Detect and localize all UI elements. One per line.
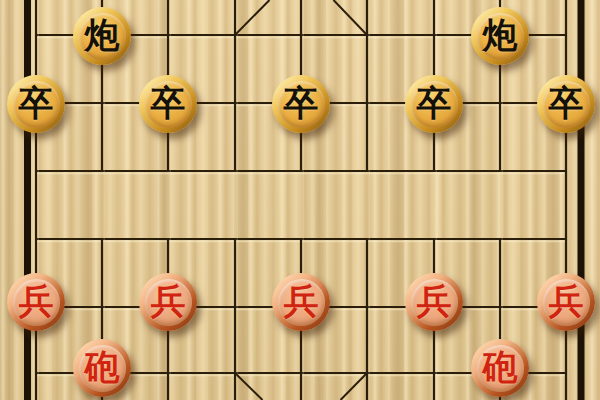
- black-piece-face: 炮: [79, 13, 126, 60]
- piece-black-cannon[interactable]: 炮: [73, 7, 131, 65]
- soldier-character: 兵: [284, 284, 319, 319]
- black-piece-face: 卒: [278, 81, 325, 128]
- piece-red-soldier[interactable]: 兵: [7, 273, 65, 331]
- cannon-character: 炮: [483, 18, 518, 53]
- cannon-character: 砲: [483, 350, 518, 385]
- piece-black-soldier[interactable]: 卒: [537, 75, 595, 133]
- red-piece-face: 兵: [411, 279, 458, 326]
- black-piece-face: 卒: [13, 81, 60, 128]
- piece-red-cannon[interactable]: 砲: [471, 339, 529, 397]
- piece-black-soldier[interactable]: 卒: [272, 75, 330, 133]
- cannon-character: 炮: [85, 18, 120, 53]
- soldier-character: 兵: [151, 284, 186, 319]
- xiangqi-board[interactable]: 炮炮卒卒卒卒卒兵兵兵兵兵砲砲: [0, 0, 600, 400]
- red-piece-face: 兵: [13, 279, 60, 326]
- piece-black-cannon[interactable]: 炮: [471, 7, 529, 65]
- soldier-character: 卒: [549, 86, 584, 121]
- soldier-character: 兵: [549, 284, 584, 319]
- black-piece-face: 卒: [543, 81, 590, 128]
- red-piece-face: 兵: [278, 279, 325, 326]
- cannon-character: 砲: [85, 350, 120, 385]
- soldier-character: 卒: [19, 86, 54, 121]
- piece-black-soldier[interactable]: 卒: [7, 75, 65, 133]
- soldier-character: 兵: [19, 284, 54, 319]
- pieces-layer: 炮炮卒卒卒卒卒兵兵兵兵兵砲砲: [0, 0, 600, 400]
- piece-black-soldier[interactable]: 卒: [139, 75, 197, 133]
- black-piece-face: 卒: [411, 81, 458, 128]
- red-piece-face: 兵: [145, 279, 192, 326]
- piece-red-soldier[interactable]: 兵: [537, 273, 595, 331]
- red-piece-face: 砲: [477, 345, 524, 392]
- black-piece-face: 卒: [145, 81, 192, 128]
- soldier-character: 卒: [151, 86, 186, 121]
- piece-black-soldier[interactable]: 卒: [405, 75, 463, 133]
- red-piece-face: 砲: [79, 345, 126, 392]
- soldier-character: 卒: [284, 86, 319, 121]
- red-piece-face: 兵: [543, 279, 590, 326]
- piece-red-soldier[interactable]: 兵: [405, 273, 463, 331]
- black-piece-face: 炮: [477, 13, 524, 60]
- soldier-character: 兵: [417, 284, 452, 319]
- piece-red-soldier[interactable]: 兵: [272, 273, 330, 331]
- piece-red-cannon[interactable]: 砲: [73, 339, 131, 397]
- soldier-character: 卒: [417, 86, 452, 121]
- piece-red-soldier[interactable]: 兵: [139, 273, 197, 331]
